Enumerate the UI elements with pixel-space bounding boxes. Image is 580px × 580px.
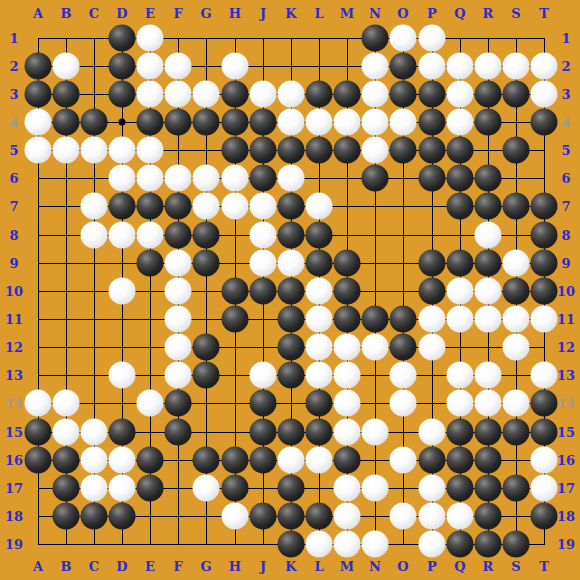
stone-white-P19[interactable] bbox=[419, 531, 446, 558]
stone-white-M17[interactable] bbox=[334, 475, 361, 502]
stone-black-R9[interactable] bbox=[475, 250, 502, 277]
stone-white-L12[interactable] bbox=[306, 334, 333, 361]
stone-white-G7[interactable] bbox=[193, 193, 220, 220]
stone-white-E1[interactable] bbox=[137, 25, 164, 52]
stone-black-A3[interactable] bbox=[25, 81, 52, 108]
stone-white-D6[interactable] bbox=[109, 165, 136, 192]
stone-black-A16[interactable] bbox=[25, 447, 52, 474]
stone-black-J6[interactable] bbox=[250, 165, 277, 192]
stone-black-D1[interactable] bbox=[109, 25, 136, 52]
stone-white-E6[interactable] bbox=[137, 165, 164, 192]
stone-white-N2[interactable] bbox=[362, 53, 389, 80]
row-label-left-10: 10 bbox=[5, 285, 23, 298]
stone-white-Q14[interactable] bbox=[447, 390, 474, 417]
row-label-right-10: 10 bbox=[557, 285, 575, 298]
stone-white-H7[interactable] bbox=[222, 193, 249, 220]
row-label-right-6: 6 bbox=[561, 172, 570, 185]
stone-white-L4[interactable] bbox=[306, 109, 333, 136]
stone-white-P12[interactable] bbox=[419, 334, 446, 361]
column-label-top-H: H bbox=[229, 7, 241, 20]
stone-black-G9[interactable] bbox=[193, 250, 220, 277]
stone-black-H17[interactable] bbox=[222, 475, 249, 502]
stone-white-R14[interactable] bbox=[475, 390, 502, 417]
stone-black-M16[interactable] bbox=[334, 447, 361, 474]
stone-black-P3[interactable] bbox=[419, 81, 446, 108]
row-label-left-11: 11 bbox=[5, 313, 23, 326]
stone-black-T7[interactable] bbox=[531, 193, 558, 220]
stone-black-R4[interactable] bbox=[475, 109, 502, 136]
stone-black-J15[interactable] bbox=[250, 419, 277, 446]
row-label-left-2: 2 bbox=[9, 60, 18, 73]
stone-black-T8[interactable] bbox=[531, 222, 558, 249]
stone-black-L3[interactable] bbox=[306, 81, 333, 108]
stone-black-E9[interactable] bbox=[137, 250, 164, 277]
stone-white-L11[interactable] bbox=[306, 306, 333, 333]
stone-black-O2[interactable] bbox=[390, 53, 417, 80]
row-label-left-4: 4 bbox=[9, 116, 18, 129]
stone-black-N11[interactable] bbox=[362, 306, 389, 333]
row-label-left-8: 8 bbox=[9, 229, 18, 242]
stone-black-B4[interactable] bbox=[53, 109, 80, 136]
stone-black-C4[interactable] bbox=[81, 109, 108, 136]
stone-white-E2[interactable] bbox=[137, 53, 164, 80]
stone-white-S11[interactable] bbox=[503, 306, 530, 333]
stone-white-J7[interactable] bbox=[250, 193, 277, 220]
stone-black-D18[interactable] bbox=[109, 503, 136, 530]
stone-black-K11[interactable] bbox=[278, 306, 305, 333]
stone-black-D15[interactable] bbox=[109, 419, 136, 446]
stone-white-Q3[interactable] bbox=[447, 81, 474, 108]
stone-white-K16[interactable] bbox=[278, 447, 305, 474]
row-label-left-7: 7 bbox=[9, 200, 18, 213]
stone-white-M19[interactable] bbox=[334, 531, 361, 558]
column-label-top-G: G bbox=[200, 7, 211, 20]
stone-white-L19[interactable] bbox=[306, 531, 333, 558]
stone-white-C5[interactable] bbox=[81, 137, 108, 164]
stone-white-C16[interactable] bbox=[81, 447, 108, 474]
stone-white-L7[interactable] bbox=[306, 193, 333, 220]
stone-white-B15[interactable] bbox=[53, 419, 80, 446]
stone-white-S2[interactable] bbox=[503, 53, 530, 80]
stone-white-G17[interactable] bbox=[193, 475, 220, 502]
stone-black-H10[interactable] bbox=[222, 278, 249, 305]
stone-black-J4[interactable] bbox=[250, 109, 277, 136]
stone-black-T4[interactable] bbox=[531, 109, 558, 136]
stone-black-M11[interactable] bbox=[334, 306, 361, 333]
stone-black-R16[interactable] bbox=[475, 447, 502, 474]
stone-black-S17[interactable] bbox=[503, 475, 530, 502]
stone-black-P9[interactable] bbox=[419, 250, 446, 277]
row-label-right-4: 4 bbox=[561, 116, 570, 129]
stone-white-L16[interactable] bbox=[306, 447, 333, 474]
stone-black-H5[interactable] bbox=[222, 137, 249, 164]
stone-black-K15[interactable] bbox=[278, 419, 305, 446]
column-label-bottom-A: A bbox=[33, 560, 43, 573]
row-label-right-18: 18 bbox=[557, 510, 575, 523]
stone-black-H16[interactable] bbox=[222, 447, 249, 474]
column-label-bottom-P: P bbox=[427, 560, 437, 573]
column-label-bottom-D: D bbox=[116, 560, 127, 573]
stone-black-L8[interactable] bbox=[306, 222, 333, 249]
stone-black-B16[interactable] bbox=[53, 447, 80, 474]
stone-black-H3[interactable] bbox=[222, 81, 249, 108]
stone-white-Q4[interactable] bbox=[447, 109, 474, 136]
stone-black-F8[interactable] bbox=[165, 222, 192, 249]
stone-white-T11[interactable] bbox=[531, 306, 558, 333]
stone-white-M13[interactable] bbox=[334, 362, 361, 389]
stone-white-A4[interactable] bbox=[25, 109, 52, 136]
stone-white-D8[interactable] bbox=[109, 222, 136, 249]
row-label-right-11: 11 bbox=[557, 313, 575, 326]
column-label-bottom-H: H bbox=[229, 560, 241, 573]
stone-black-K10[interactable] bbox=[278, 278, 305, 305]
stone-black-R6[interactable] bbox=[475, 165, 502, 192]
row-label-left-9: 9 bbox=[9, 257, 18, 270]
column-label-bottom-J: J bbox=[260, 560, 266, 573]
stone-black-T18[interactable] bbox=[531, 503, 558, 530]
stone-white-Q18[interactable] bbox=[447, 503, 474, 530]
stone-black-P10[interactable] bbox=[419, 278, 446, 305]
stone-black-G16[interactable] bbox=[193, 447, 220, 474]
stone-white-O16[interactable] bbox=[390, 447, 417, 474]
stone-white-Q11[interactable] bbox=[447, 306, 474, 333]
stone-black-Q7[interactable] bbox=[447, 193, 474, 220]
stone-white-M15[interactable] bbox=[334, 419, 361, 446]
stone-white-O13[interactable] bbox=[390, 362, 417, 389]
stone-black-P5[interactable] bbox=[419, 137, 446, 164]
stone-black-Q15[interactable] bbox=[447, 419, 474, 446]
stone-black-J16[interactable] bbox=[250, 447, 277, 474]
stone-black-A2[interactable] bbox=[25, 53, 52, 80]
row-label-right-15: 15 bbox=[557, 426, 575, 439]
stone-black-K8[interactable] bbox=[278, 222, 305, 249]
row-label-left-14: 14 bbox=[5, 397, 23, 410]
stone-black-E7[interactable] bbox=[137, 193, 164, 220]
column-label-bottom-Q: Q bbox=[454, 560, 465, 573]
stone-white-J8[interactable] bbox=[250, 222, 277, 249]
stone-black-G13[interactable] bbox=[193, 362, 220, 389]
stone-white-P2[interactable] bbox=[419, 53, 446, 80]
stone-black-F14[interactable] bbox=[165, 390, 192, 417]
stone-white-O14[interactable] bbox=[390, 390, 417, 417]
row-label-left-19: 19 bbox=[5, 538, 23, 551]
row-label-left-16: 16 bbox=[5, 454, 23, 467]
stone-white-S14[interactable] bbox=[503, 390, 530, 417]
stone-black-H11[interactable] bbox=[222, 306, 249, 333]
stone-black-R7[interactable] bbox=[475, 193, 502, 220]
stone-black-K18[interactable] bbox=[278, 503, 305, 530]
stone-black-Q16[interactable] bbox=[447, 447, 474, 474]
stone-black-O12[interactable] bbox=[390, 334, 417, 361]
stone-white-R8[interactable] bbox=[475, 222, 502, 249]
stone-white-N3[interactable] bbox=[362, 81, 389, 108]
stone-black-L14[interactable] bbox=[306, 390, 333, 417]
stone-white-D13[interactable] bbox=[109, 362, 136, 389]
stone-black-N6[interactable] bbox=[362, 165, 389, 192]
star-point-D4 bbox=[119, 119, 126, 126]
stone-white-O1[interactable] bbox=[390, 25, 417, 52]
stone-white-C17[interactable] bbox=[81, 475, 108, 502]
stone-black-P6[interactable] bbox=[419, 165, 446, 192]
stone-black-H4[interactable] bbox=[222, 109, 249, 136]
column-label-top-O: O bbox=[397, 7, 408, 20]
stone-black-K5[interactable] bbox=[278, 137, 305, 164]
stone-white-F2[interactable] bbox=[165, 53, 192, 80]
stone-white-D10[interactable] bbox=[109, 278, 136, 305]
stone-white-K4[interactable] bbox=[278, 109, 305, 136]
stone-white-F6[interactable] bbox=[165, 165, 192, 192]
column-label-bottom-B: B bbox=[61, 560, 72, 573]
row-label-left-3: 3 bbox=[9, 88, 18, 101]
stone-black-K12[interactable] bbox=[278, 334, 305, 361]
stone-black-D3[interactable] bbox=[109, 81, 136, 108]
stone-white-S9[interactable] bbox=[503, 250, 530, 277]
column-label-bottom-F: F bbox=[173, 560, 182, 573]
column-label-top-R: R bbox=[483, 7, 494, 20]
stone-white-T16[interactable] bbox=[531, 447, 558, 474]
stone-black-L15[interactable] bbox=[306, 419, 333, 446]
stone-white-F3[interactable] bbox=[165, 81, 192, 108]
stone-white-E5[interactable] bbox=[137, 137, 164, 164]
stone-white-M18[interactable] bbox=[334, 503, 361, 530]
stone-black-T15[interactable] bbox=[531, 419, 558, 446]
stone-white-G6[interactable] bbox=[193, 165, 220, 192]
stone-white-T3[interactable] bbox=[531, 81, 558, 108]
stone-black-R15[interactable] bbox=[475, 419, 502, 446]
stone-black-S15[interactable] bbox=[503, 419, 530, 446]
stone-white-E14[interactable] bbox=[137, 390, 164, 417]
stone-black-J14[interactable] bbox=[250, 390, 277, 417]
stone-white-N4[interactable] bbox=[362, 109, 389, 136]
stone-black-J10[interactable] bbox=[250, 278, 277, 305]
column-label-top-C: C bbox=[89, 7, 99, 20]
row-label-right-7: 7 bbox=[561, 200, 570, 213]
row-label-right-1: 1 bbox=[561, 32, 570, 45]
stone-white-T13[interactable] bbox=[531, 362, 558, 389]
stone-black-A15[interactable] bbox=[25, 419, 52, 446]
stone-white-M4[interactable] bbox=[334, 109, 361, 136]
stone-black-O5[interactable] bbox=[390, 137, 417, 164]
stone-black-D7[interactable] bbox=[109, 193, 136, 220]
column-label-top-K: K bbox=[285, 7, 296, 20]
stone-white-N17[interactable] bbox=[362, 475, 389, 502]
row-label-right-5: 5 bbox=[561, 144, 570, 157]
stone-black-M5[interactable] bbox=[334, 137, 361, 164]
stone-white-P15[interactable] bbox=[419, 419, 446, 446]
stone-black-R19[interactable] bbox=[475, 531, 502, 558]
stone-white-K3[interactable] bbox=[278, 81, 305, 108]
stone-white-R11[interactable] bbox=[475, 306, 502, 333]
stone-white-C7[interactable] bbox=[81, 193, 108, 220]
stone-black-K17[interactable] bbox=[278, 475, 305, 502]
stone-black-E17[interactable] bbox=[137, 475, 164, 502]
stone-white-F10[interactable] bbox=[165, 278, 192, 305]
stone-black-O3[interactable] bbox=[390, 81, 417, 108]
stone-black-S7[interactable] bbox=[503, 193, 530, 220]
column-label-bottom-R: R bbox=[483, 560, 494, 573]
stone-white-J13[interactable] bbox=[250, 362, 277, 389]
stone-black-L9[interactable] bbox=[306, 250, 333, 277]
stone-black-N1[interactable] bbox=[362, 25, 389, 52]
stone-black-R18[interactable] bbox=[475, 503, 502, 530]
stone-white-P11[interactable] bbox=[419, 306, 446, 333]
stone-white-K6[interactable] bbox=[278, 165, 305, 192]
stone-black-S3[interactable] bbox=[503, 81, 530, 108]
stone-white-C15[interactable] bbox=[81, 419, 108, 446]
stone-white-A14[interactable] bbox=[25, 390, 52, 417]
stone-black-Q6[interactable] bbox=[447, 165, 474, 192]
column-label-top-S: S bbox=[511, 7, 520, 20]
stone-black-S5[interactable] bbox=[503, 137, 530, 164]
stone-black-E16[interactable] bbox=[137, 447, 164, 474]
stone-white-N5[interactable] bbox=[362, 137, 389, 164]
stone-black-J18[interactable] bbox=[250, 503, 277, 530]
stone-white-C8[interactable] bbox=[81, 222, 108, 249]
stone-black-B17[interactable] bbox=[53, 475, 80, 502]
stone-black-K13[interactable] bbox=[278, 362, 305, 389]
stone-white-J3[interactable] bbox=[250, 81, 277, 108]
stone-white-J9[interactable] bbox=[250, 250, 277, 277]
stone-black-G8[interactable] bbox=[193, 222, 220, 249]
column-label-top-T: T bbox=[539, 7, 549, 20]
row-label-right-12: 12 bbox=[557, 341, 575, 354]
column-label-bottom-E: E bbox=[145, 560, 155, 573]
stone-white-T17[interactable] bbox=[531, 475, 558, 502]
stone-white-F11[interactable] bbox=[165, 306, 192, 333]
stone-black-Q17[interactable] bbox=[447, 475, 474, 502]
stone-black-F15[interactable] bbox=[165, 419, 192, 446]
column-label-bottom-K: K bbox=[285, 560, 296, 573]
stone-white-P1[interactable] bbox=[419, 25, 446, 52]
stone-white-D5[interactable] bbox=[109, 137, 136, 164]
stone-black-L18[interactable] bbox=[306, 503, 333, 530]
row-label-right-9: 9 bbox=[561, 257, 570, 270]
stone-white-B2[interactable] bbox=[53, 53, 80, 80]
stone-white-H6[interactable] bbox=[222, 165, 249, 192]
stone-black-P16[interactable] bbox=[419, 447, 446, 474]
stone-black-O11[interactable] bbox=[390, 306, 417, 333]
stone-black-B18[interactable] bbox=[53, 503, 80, 530]
stone-white-E8[interactable] bbox=[137, 222, 164, 249]
row-label-left-15: 15 bbox=[5, 426, 23, 439]
stone-black-Q9[interactable] bbox=[447, 250, 474, 277]
column-label-bottom-C: C bbox=[89, 560, 99, 573]
stone-black-G4[interactable] bbox=[193, 109, 220, 136]
go-board: AABBCCDDEEFFGGHHJJKKLLMMNNOOPPQQRRSSTT11… bbox=[0, 0, 580, 580]
row-label-right-14: 14 bbox=[557, 397, 575, 410]
row-label-right-16: 16 bbox=[557, 454, 575, 467]
stone-black-T14[interactable] bbox=[531, 390, 558, 417]
stone-white-M12[interactable] bbox=[334, 334, 361, 361]
stone-white-D16[interactable] bbox=[109, 447, 136, 474]
stone-white-R10[interactable] bbox=[475, 278, 502, 305]
stone-white-Q2[interactable] bbox=[447, 53, 474, 80]
column-label-top-Q: Q bbox=[454, 7, 465, 20]
column-label-bottom-N: N bbox=[369, 560, 381, 573]
stone-black-M3[interactable] bbox=[334, 81, 361, 108]
row-label-right-3: 3 bbox=[561, 88, 570, 101]
stone-black-B3[interactable] bbox=[53, 81, 80, 108]
stone-white-D17[interactable] bbox=[109, 475, 136, 502]
stone-black-D2[interactable] bbox=[109, 53, 136, 80]
column-label-top-E: E bbox=[145, 7, 155, 20]
stone-white-A5[interactable] bbox=[25, 137, 52, 164]
column-label-bottom-G: G bbox=[200, 560, 211, 573]
stone-white-Q10[interactable] bbox=[447, 278, 474, 305]
row-label-right-19: 19 bbox=[557, 538, 575, 551]
stone-white-B14[interactable] bbox=[53, 390, 80, 417]
stone-white-M14[interactable] bbox=[334, 390, 361, 417]
stone-white-N19[interactable] bbox=[362, 531, 389, 558]
stone-white-N12[interactable] bbox=[362, 334, 389, 361]
column-label-bottom-T: T bbox=[539, 560, 549, 573]
stone-black-T9[interactable] bbox=[531, 250, 558, 277]
stone-black-F7[interactable] bbox=[165, 193, 192, 220]
stone-black-S19[interactable] bbox=[503, 531, 530, 558]
row-label-right-17: 17 bbox=[557, 482, 575, 495]
row-label-left-13: 13 bbox=[5, 369, 23, 382]
stone-white-L10[interactable] bbox=[306, 278, 333, 305]
stone-black-K19[interactable] bbox=[278, 531, 305, 558]
stone-white-T2[interactable] bbox=[531, 53, 558, 80]
stone-white-P18[interactable] bbox=[419, 503, 446, 530]
stone-white-N15[interactable] bbox=[362, 419, 389, 446]
stone-white-R2[interactable] bbox=[475, 53, 502, 80]
stone-white-R13[interactable] bbox=[475, 362, 502, 389]
stone-black-L5[interactable] bbox=[306, 137, 333, 164]
stone-white-O4[interactable] bbox=[390, 109, 417, 136]
stone-black-E4[interactable] bbox=[137, 109, 164, 136]
stone-black-C18[interactable] bbox=[81, 503, 108, 530]
stone-white-F9[interactable] bbox=[165, 250, 192, 277]
stone-white-L13[interactable] bbox=[306, 362, 333, 389]
stone-white-H2[interactable] bbox=[222, 53, 249, 80]
column-label-top-M: M bbox=[340, 7, 354, 20]
column-label-top-L: L bbox=[314, 7, 323, 20]
stone-white-S12[interactable] bbox=[503, 334, 530, 361]
stone-black-R3[interactable] bbox=[475, 81, 502, 108]
stone-black-F4[interactable] bbox=[165, 109, 192, 136]
stone-black-R17[interactable] bbox=[475, 475, 502, 502]
stone-black-G12[interactable] bbox=[193, 334, 220, 361]
stone-white-G3[interactable] bbox=[193, 81, 220, 108]
stone-black-Q5[interactable] bbox=[447, 137, 474, 164]
stone-black-T10[interactable] bbox=[531, 278, 558, 305]
column-label-bottom-M: M bbox=[340, 560, 354, 573]
stone-white-B5[interactable] bbox=[53, 137, 80, 164]
stone-black-K7[interactable] bbox=[278, 193, 305, 220]
stone-white-E3[interactable] bbox=[137, 81, 164, 108]
stone-black-M10[interactable] bbox=[334, 278, 361, 305]
stone-white-P17[interactable] bbox=[419, 475, 446, 502]
stone-black-S10[interactable] bbox=[503, 278, 530, 305]
row-label-right-8: 8 bbox=[561, 229, 570, 242]
stone-white-Q13[interactable] bbox=[447, 362, 474, 389]
column-label-bottom-L: L bbox=[314, 560, 323, 573]
stone-black-M9[interactable] bbox=[334, 250, 361, 277]
row-label-left-12: 12 bbox=[5, 341, 23, 354]
stone-black-Q19[interactable] bbox=[447, 531, 474, 558]
stone-white-F12[interactable] bbox=[165, 334, 192, 361]
stone-white-H18[interactable] bbox=[222, 503, 249, 530]
stone-white-K9[interactable] bbox=[278, 250, 305, 277]
stone-white-O18[interactable] bbox=[390, 503, 417, 530]
stone-black-P4[interactable] bbox=[419, 109, 446, 136]
stone-white-F13[interactable] bbox=[165, 362, 192, 389]
stone-black-J5[interactable] bbox=[250, 137, 277, 164]
row-label-left-1: 1 bbox=[9, 32, 18, 45]
column-label-top-D: D bbox=[116, 7, 127, 20]
